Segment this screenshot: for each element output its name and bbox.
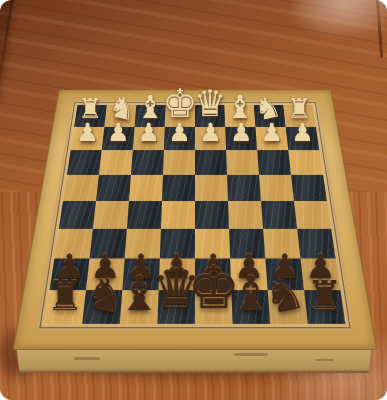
square-g4[interactable] — [96, 175, 131, 201]
square-b3[interactable] — [257, 150, 291, 175]
square-e2[interactable] — [164, 127, 195, 150]
square-d4[interactable] — [195, 175, 228, 201]
square-b2[interactable] — [255, 127, 288, 150]
square-a6[interactable] — [297, 229, 335, 259]
square-e6[interactable] — [160, 229, 195, 259]
square-f1[interactable] — [135, 105, 166, 127]
square-g3[interactable] — [99, 150, 133, 175]
square-d6[interactable] — [195, 229, 230, 259]
square-f2[interactable] — [133, 127, 165, 150]
chess-board — [13, 90, 378, 350]
square-b4[interactable] — [259, 175, 294, 201]
square-h8[interactable] — [45, 290, 86, 324]
square-f3[interactable] — [131, 150, 164, 175]
square-a5[interactable] — [294, 201, 331, 229]
square-c2[interactable] — [225, 127, 257, 150]
square-f5[interactable] — [127, 201, 162, 229]
square-e8[interactable] — [157, 290, 195, 324]
square-e1[interactable] — [165, 105, 195, 127]
square-g6[interactable] — [90, 229, 127, 259]
square-d2[interactable] — [195, 127, 226, 150]
scuff-mark — [74, 357, 100, 360]
square-b6[interactable] — [263, 229, 300, 259]
light-reflection — [290, 0, 387, 37]
square-a7[interactable] — [300, 258, 340, 290]
square-c7[interactable] — [230, 258, 268, 290]
square-g8[interactable] — [82, 290, 122, 324]
square-h4[interactable] — [63, 175, 99, 201]
square-h6[interactable] — [54, 229, 92, 259]
square-f7[interactable] — [122, 258, 160, 290]
square-h5[interactable] — [59, 201, 96, 229]
square-c3[interactable] — [226, 150, 259, 175]
square-c4[interactable] — [227, 175, 261, 201]
square-f8[interactable] — [120, 290, 159, 324]
square-d1[interactable] — [195, 105, 225, 127]
square-a1[interactable] — [283, 105, 316, 127]
board-grid — [45, 105, 346, 324]
square-c8[interactable] — [231, 290, 270, 324]
square-b7[interactable] — [265, 258, 304, 290]
square-a2[interactable] — [286, 127, 320, 150]
square-e7[interactable] — [159, 258, 195, 290]
square-h7[interactable] — [50, 258, 90, 290]
square-d3[interactable] — [195, 150, 227, 175]
square-h1[interactable] — [74, 105, 107, 127]
square-g2[interactable] — [102, 127, 135, 150]
square-a3[interactable] — [288, 150, 323, 175]
scuff-mark — [316, 359, 334, 361]
square-f6[interactable] — [125, 229, 161, 259]
square-e5[interactable] — [161, 201, 195, 229]
square-h3[interactable] — [67, 150, 102, 175]
square-h2[interactable] — [71, 127, 105, 150]
square-a4[interactable] — [291, 175, 327, 201]
square-c6[interactable] — [229, 229, 265, 259]
square-b8[interactable] — [268, 290, 308, 324]
photo-scene: ♜♞♝♚♛♝♞♜♟♟♟♟♟♟♟♟♟♟♟♟♟♟♟♟♜♞♝♛♚♝♞♜ — [0, 0, 387, 400]
square-g1[interactable] — [104, 105, 136, 127]
scuff-mark — [234, 353, 268, 356]
square-g7[interactable] — [86, 258, 125, 290]
square-c5[interactable] — [228, 201, 263, 229]
square-d7[interactable] — [195, 258, 231, 290]
square-a8[interactable] — [304, 290, 345, 324]
square-d5[interactable] — [195, 201, 229, 229]
board-margin — [35, 100, 354, 331]
square-e3[interactable] — [163, 150, 195, 175]
square-b1[interactable] — [254, 105, 286, 127]
square-b5[interactable] — [261, 201, 297, 229]
square-f4[interactable] — [129, 175, 163, 201]
square-c1[interactable] — [224, 105, 255, 127]
square-d8[interactable] — [195, 290, 233, 324]
square-e4[interactable] — [162, 175, 195, 201]
square-g5[interactable] — [93, 201, 129, 229]
